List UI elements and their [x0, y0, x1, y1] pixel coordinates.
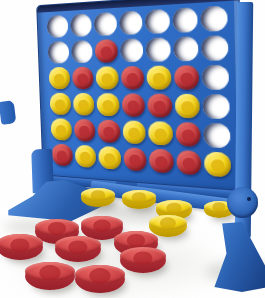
board-cell-r1c7 — [201, 5, 228, 31]
board-cell-r2c4 — [120, 38, 144, 62]
pivot-screw-dot — [247, 197, 251, 201]
board-cell-r5c7 — [204, 123, 231, 149]
board-face: ●●●●●●●●●●●●●●●●●●●●●●●●●● — [36, 0, 244, 191]
board-cell-r5c2: ● — [74, 119, 96, 142]
board-cell-r5c4: ● — [122, 120, 146, 144]
board-cell-r4c7 — [203, 94, 230, 119]
red-piece-glyph: ● — [88, 265, 112, 284]
yellow-loose-disc-face: ● — [149, 215, 187, 230]
red-piece-glyph: ● — [95, 39, 118, 63]
yellow-piece-glyph: ● — [49, 67, 70, 89]
red-piece-glyph: ● — [132, 247, 154, 265]
yellow-loose-disc-face: ● — [81, 188, 115, 201]
red-piece-glyph: ● — [174, 65, 200, 90]
yellow-piece-glyph: ● — [131, 190, 148, 203]
yellow-piece-glyph: ● — [147, 66, 172, 90]
red-loose-disc-face: ● — [75, 265, 125, 284]
board-cell-r1c6 — [172, 7, 198, 33]
red-loose-disc-face: ● — [35, 219, 79, 236]
board-cell-r6c2: ● — [74, 145, 96, 168]
red-loose-disc: ● — [25, 262, 75, 290]
board-cell-r2c6 — [173, 36, 199, 61]
board-cell-r4c3: ● — [97, 93, 120, 116]
yellow-loose-disc: ● — [149, 215, 187, 237]
left-clip-nub — [0, 100, 16, 125]
yellow-piece-glyph: ● — [122, 120, 146, 144]
red-piece-glyph: ● — [121, 66, 145, 90]
board-cell-r1c4 — [119, 10, 143, 35]
board-cell-r5c1: ● — [51, 118, 72, 141]
board-cell-r2c1 — [48, 41, 69, 64]
yellow-piece-glyph: ● — [212, 201, 227, 213]
yellow-piece-glyph: ● — [159, 215, 177, 230]
right-leg-pivot — [227, 187, 258, 218]
red-loose-disc-face: ● — [55, 236, 101, 254]
yellow-loose-disc: ● — [122, 190, 156, 209]
board-cell-r5c3: ● — [97, 120, 120, 143]
board-cell-r4c6: ● — [175, 94, 201, 119]
red-loose-disc-face: ● — [25, 262, 75, 281]
board-cell-r4c5: ● — [148, 94, 173, 118]
board-cell-r2c5 — [146, 37, 171, 62]
red-loose-disc-face: ● — [81, 216, 123, 232]
board-grid: ●●●●●●●●●●●●●●●●●●●●●●●●●● — [37, 0, 243, 190]
board-cell-r1c3 — [94, 12, 117, 36]
red-piece-glyph: ● — [74, 119, 96, 142]
board-frame: ●●●●●●●●●●●●●●●●●●●●●●●●●● — [28, 0, 236, 194]
yellow-piece-glyph: ● — [90, 188, 107, 201]
yellow-loose-disc-face: ● — [156, 200, 192, 214]
red-piece-glyph: ● — [92, 216, 112, 232]
yellow-loose-disc: ● — [81, 188, 115, 207]
red-piece-glyph: ● — [176, 150, 202, 176]
board-cell-r2c2 — [71, 40, 93, 63]
board-cell-r3c5: ● — [147, 66, 172, 90]
board-cell-r3c7 — [202, 65, 229, 90]
board-cell-r6c4: ● — [123, 147, 147, 171]
board-cell-r3c2: ● — [72, 67, 94, 90]
board-cell-r6c7: ● — [204, 151, 231, 177]
yellow-piece-glyph: ● — [96, 66, 119, 89]
board-cell-r2c7 — [202, 35, 229, 61]
board-cell-r1c2 — [70, 13, 92, 37]
board-cell-r5c6: ● — [175, 122, 201, 147]
board-cell-r4c4: ● — [122, 93, 146, 117]
red-piece-glyph: ● — [52, 144, 73, 167]
yellow-piece-glyph: ● — [148, 121, 173, 146]
board-cell-r3c6: ● — [174, 65, 200, 90]
red-piece-glyph: ● — [47, 219, 68, 236]
yellow-piece-glyph: ● — [51, 118, 72, 141]
board-cell-r6c5: ● — [149, 149, 174, 174]
yellow-loose-disc-face: ● — [122, 190, 156, 203]
yellow-piece-glyph: ● — [97, 93, 120, 116]
right-leg-foot — [210, 222, 265, 292]
board-cell-r2c3: ● — [95, 39, 118, 63]
yellow-piece-glyph: ● — [74, 145, 96, 168]
red-piece-glyph: ● — [122, 93, 146, 117]
board-cell-r6c3: ● — [98, 146, 121, 170]
red-loose-disc-face: ● — [114, 231, 158, 248]
red-piece-glyph: ● — [148, 94, 173, 118]
yellow-piece-glyph: ● — [73, 93, 95, 116]
board-cell-r3c4: ● — [121, 66, 145, 90]
red-piece-glyph: ● — [72, 67, 94, 90]
board-cell-r1c1 — [47, 15, 68, 38]
board-cell-r4c1: ● — [50, 93, 71, 115]
red-piece-glyph: ● — [123, 147, 147, 171]
red-loose-disc: ● — [55, 236, 101, 262]
board-cell-r6c1: ● — [52, 144, 73, 167]
yellow-piece-glyph: ● — [165, 200, 182, 214]
board-cell-r3c3: ● — [96, 66, 119, 89]
red-loose-disc-face: ● — [120, 247, 166, 265]
red-piece-glyph: ● — [9, 234, 31, 252]
yellow-piece-glyph: ● — [50, 93, 71, 115]
red-piece-glyph: ● — [126, 231, 147, 248]
board-cell-r6c6: ● — [176, 150, 202, 176]
connect-four-photo: ●●●●●●●●●●●●●●●●●●●●●●●●●● ●●●●●●●●●●●●● — [0, 0, 265, 298]
board-cell-r3c1: ● — [49, 67, 70, 89]
red-piece-glyph: ● — [97, 120, 120, 143]
red-piece-glyph: ● — [175, 122, 201, 147]
red-piece-glyph: ● — [38, 262, 62, 281]
red-piece-glyph: ● — [67, 236, 89, 254]
board-cell-r1c5 — [145, 9, 170, 34]
yellow-piece-glyph: ● — [98, 146, 121, 170]
board-cell-r5c5: ● — [148, 121, 173, 146]
red-loose-disc: ● — [120, 247, 166, 273]
board-cell-r4c2: ● — [73, 93, 95, 116]
red-loose-disc: ● — [75, 265, 125, 293]
yellow-piece-glyph: ● — [204, 151, 231, 177]
yellow-piece-glyph: ● — [175, 94, 201, 119]
red-loose-disc-face: ● — [0, 234, 43, 252]
red-piece-glyph: ● — [149, 149, 174, 174]
